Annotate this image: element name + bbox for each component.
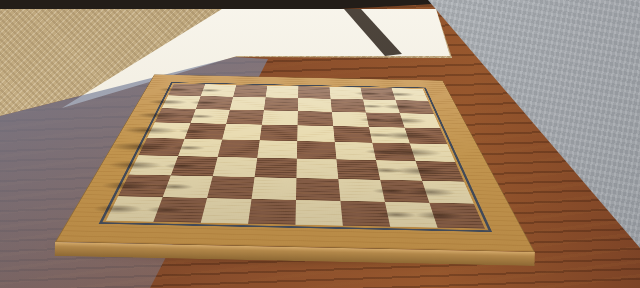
square-b3 [230, 97, 266, 111]
square-g5 [296, 178, 340, 201]
square-d6 [333, 126, 372, 143]
photo-scene: ♜♞♝♛♚♝♞♜♟♟♟♟♟♟♟♟♟♟♟♟♟♟♟♟♜♞♝♛♚♝♞♜ [0, 0, 640, 288]
square-f2 [171, 156, 218, 176]
square-g2 [163, 175, 213, 198]
square-f5 [296, 159, 338, 179]
square-f4 [255, 158, 297, 178]
square-d5 [297, 125, 335, 142]
square-b6 [331, 99, 366, 113]
square-d7 [369, 127, 410, 144]
square-d3 [222, 124, 262, 140]
square-b4 [264, 97, 298, 111]
square-b5 [298, 98, 332, 112]
square-a4 [266, 86, 299, 99]
square-b8 [396, 100, 434, 114]
square-b7 [363, 99, 400, 113]
square-a3 [233, 85, 267, 97]
square-c6 [332, 112, 369, 127]
square-h3 [201, 198, 252, 224]
square-c5 [298, 111, 334, 126]
square-c7 [366, 113, 405, 128]
square-c3 [226, 110, 264, 125]
square-g3 [207, 176, 254, 199]
square-g6 [338, 179, 385, 202]
square-e6 [335, 142, 376, 160]
square-e8 [410, 143, 455, 161]
square-d4 [260, 125, 298, 141]
square-h5 [295, 200, 342, 226]
square-c2 [191, 109, 230, 124]
square-h4 [248, 199, 296, 225]
square-e2 [178, 139, 222, 157]
square-f7 [376, 160, 422, 180]
square-e1 [139, 138, 185, 156]
square-a2 [201, 84, 237, 96]
square-e7 [372, 143, 415, 161]
square-a7 [361, 88, 396, 101]
square-d8 [405, 128, 448, 145]
square-b2 [196, 96, 233, 110]
square-d2 [185, 123, 227, 139]
square-d1 [147, 122, 190, 138]
square-c1 [155, 108, 196, 123]
square-g4 [252, 177, 297, 200]
square-f3 [213, 157, 258, 177]
square-a1 [168, 84, 205, 96]
square-a6 [329, 87, 363, 100]
board-squares [106, 84, 485, 229]
square-h6 [340, 201, 390, 227]
square-e5 [297, 141, 337, 159]
square-b1 [162, 95, 201, 109]
square-c8 [400, 113, 440, 128]
square-h2 [153, 197, 207, 223]
board-3d: ♜♞♝♛♚♝♞♜♟♟♟♟♟♟♟♟♟♟♟♟♟♟♟♟♜♞♝♛♚♝♞♜ [55, 74, 535, 252]
square-a5 [298, 86, 330, 99]
square-e3 [218, 140, 260, 158]
square-e4 [257, 140, 297, 158]
square-c4 [262, 110, 298, 125]
square-a8 [392, 88, 428, 101]
square-f6 [336, 159, 380, 179]
board-scene: ♜♞♝♛♚♝♞♜♟♟♟♟♟♟♟♟♟♟♟♟♟♟♟♟♜♞♝♛♚♝♞♜ [0, 0, 640, 288]
